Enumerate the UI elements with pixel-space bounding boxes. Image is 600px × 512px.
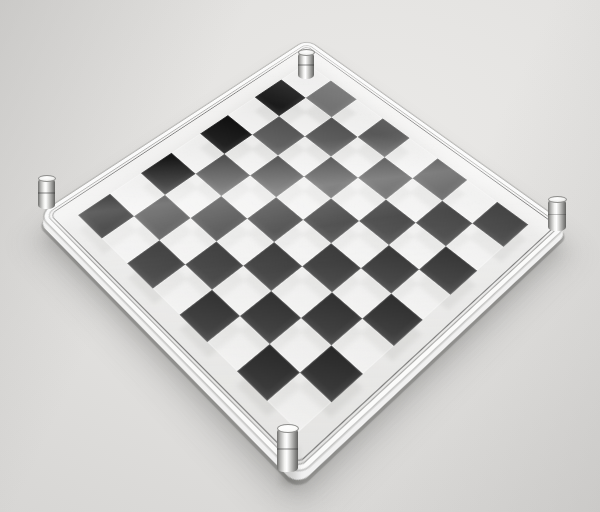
standoff-foot-near-corner bbox=[277, 428, 298, 472]
photo-scene bbox=[0, 0, 600, 512]
board-grid bbox=[78, 63, 528, 432]
acrylic-sheet bbox=[45, 43, 561, 469]
standoff-foot-left-corner bbox=[38, 178, 55, 209]
standoff-foot-right-corner bbox=[548, 199, 566, 231]
standoff-foot-far-corner bbox=[298, 52, 314, 79]
chessboard bbox=[48, 56, 557, 480]
